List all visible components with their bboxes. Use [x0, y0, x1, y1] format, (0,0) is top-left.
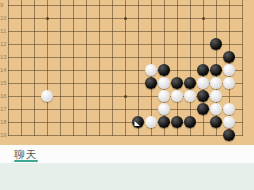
board-intersection[interactable] [171, 0, 184, 12]
board-intersection[interactable] [119, 51, 132, 64]
board-intersection[interactable] [223, 77, 236, 90]
stone-white [223, 116, 235, 128]
board-intersection[interactable] [223, 38, 236, 51]
board-intersection[interactable] [236, 129, 249, 142]
board-intersection[interactable] [158, 116, 171, 129]
board-intersection[interactable] [80, 12, 93, 25]
board-intersection[interactable] [223, 25, 236, 38]
board-intersection[interactable] [67, 0, 80, 12]
board-intersection[interactable] [93, 64, 106, 77]
board-intersection[interactable] [184, 64, 197, 77]
board-intersection[interactable] [210, 103, 223, 116]
stone-black [197, 64, 209, 76]
board-intersection[interactable] [132, 25, 145, 38]
board-intersection[interactable] [2, 116, 15, 129]
board-intersection[interactable] [2, 77, 15, 90]
board-intersection[interactable] [41, 103, 54, 116]
chat-tab-bar: 聊天 [0, 145, 254, 163]
board-intersection[interactable] [2, 12, 15, 25]
board-intersection[interactable] [67, 90, 80, 103]
board-intersection[interactable] [197, 51, 210, 64]
board-intersection[interactable] [197, 116, 210, 129]
board-intersection[interactable] [223, 103, 236, 116]
board-intersection[interactable] [184, 0, 197, 12]
stone-black [210, 38, 222, 50]
board-intersection[interactable] [119, 38, 132, 51]
board-intersection[interactable] [210, 38, 223, 51]
stone-white [158, 103, 170, 115]
board-intersection[interactable] [67, 64, 80, 77]
board-intersection[interactable] [210, 25, 223, 38]
board-intersection[interactable] [106, 12, 119, 25]
board-intersection[interactable] [158, 90, 171, 103]
board-intersection[interactable] [67, 38, 80, 51]
board-intersection[interactable] [119, 25, 132, 38]
board-intersection[interactable] [145, 77, 158, 90]
board-intersection[interactable] [93, 116, 106, 129]
board-intersection[interactable] [132, 12, 145, 25]
board-intersection[interactable] [28, 0, 41, 12]
board-intersection[interactable] [15, 25, 28, 38]
board-intersection[interactable] [93, 12, 106, 25]
stone-black [158, 64, 170, 76]
stone-white [223, 77, 235, 89]
board-intersection[interactable] [93, 103, 106, 116]
stone-black [223, 129, 235, 141]
board-intersection[interactable] [80, 64, 93, 77]
board-intersection[interactable] [93, 90, 106, 103]
board-intersection[interactable] [2, 129, 15, 142]
board-intersection[interactable] [54, 51, 67, 64]
board-intersection[interactable] [171, 129, 184, 142]
board-intersection[interactable] [67, 103, 80, 116]
board-intersection[interactable] [119, 116, 132, 129]
board-intersection[interactable] [171, 77, 184, 90]
stone-black [184, 77, 196, 89]
board-intersection[interactable] [184, 129, 197, 142]
board-intersection[interactable] [54, 25, 67, 38]
board-intersection[interactable] [2, 25, 15, 38]
board-intersection[interactable] [184, 51, 197, 64]
stone-black [171, 77, 183, 89]
board-intersection[interactable] [28, 129, 41, 142]
board-intersection[interactable] [119, 0, 132, 12]
board-intersection[interactable] [119, 77, 132, 90]
board-intersection[interactable] [132, 90, 145, 103]
board-intersection[interactable] [2, 64, 15, 77]
stone-white [184, 90, 196, 102]
board-intersection[interactable] [132, 0, 145, 12]
board-intersection[interactable] [119, 12, 132, 25]
board-intersection[interactable] [236, 0, 249, 12]
board-intersection[interactable] [80, 38, 93, 51]
board-intersection[interactable] [158, 64, 171, 77]
board-intersection[interactable] [28, 90, 41, 103]
board-intersection[interactable] [15, 103, 28, 116]
board-intersection[interactable] [106, 51, 119, 64]
stone-white [210, 103, 222, 115]
board-intersection[interactable] [28, 103, 41, 116]
last-move-marker [134, 120, 140, 125]
board-intersection[interactable] [15, 116, 28, 129]
board-intersection[interactable] [197, 90, 210, 103]
board-intersection[interactable] [2, 51, 15, 64]
board-intersection[interactable] [54, 129, 67, 142]
board-intersection[interactable] [106, 103, 119, 116]
board-intersection[interactable] [15, 90, 28, 103]
board-intersection[interactable] [15, 129, 28, 142]
board-intersection[interactable] [223, 116, 236, 129]
board-intersection[interactable] [236, 38, 249, 51]
board-intersection[interactable] [132, 77, 145, 90]
board-intersection[interactable] [197, 38, 210, 51]
stone-white [41, 90, 53, 102]
board-intersection[interactable] [184, 103, 197, 116]
board-intersection[interactable] [171, 12, 184, 25]
board-intersection[interactable] [28, 12, 41, 25]
board-intersection[interactable] [197, 129, 210, 142]
board-intersection[interactable] [2, 90, 15, 103]
board-intersection[interactable] [80, 90, 93, 103]
board-intersection[interactable] [171, 116, 184, 129]
board-intersection[interactable] [184, 116, 197, 129]
active-tab-underline [14, 160, 38, 163]
board-intersection[interactable] [119, 90, 132, 103]
board-intersection[interactable] [184, 25, 197, 38]
board-intersection[interactable] [119, 129, 132, 142]
board-intersection[interactable] [41, 25, 54, 38]
board-intersection[interactable] [41, 116, 54, 129]
board-intersection[interactable] [67, 25, 80, 38]
board-intersection[interactable] [132, 38, 145, 51]
board-intersection[interactable] [197, 0, 210, 12]
go-board[interactable]: 910111213141516171819 [0, 0, 254, 145]
stone-white [145, 116, 157, 128]
board-intersection[interactable] [54, 38, 67, 51]
board-intersection[interactable] [158, 25, 171, 38]
board-intersection[interactable] [80, 103, 93, 116]
board-intersection[interactable] [158, 38, 171, 51]
board-intersection[interactable] [80, 77, 93, 90]
board-intersection[interactable] [184, 12, 197, 25]
board-intersection[interactable] [210, 77, 223, 90]
board-intersection[interactable] [28, 38, 41, 51]
stone-white [210, 77, 222, 89]
board-intersection[interactable] [106, 0, 119, 12]
board-intersection[interactable] [106, 64, 119, 77]
board-intersection[interactable] [158, 77, 171, 90]
board-intersection[interactable] [158, 129, 171, 142]
board-intersection[interactable] [106, 38, 119, 51]
board-intersection[interactable] [15, 12, 28, 25]
board-intersection[interactable] [145, 38, 158, 51]
board-intersection[interactable] [28, 51, 41, 64]
stone-white [223, 64, 235, 76]
stone-black [158, 116, 170, 128]
board-intersection[interactable] [197, 25, 210, 38]
board-intersection[interactable] [236, 90, 249, 103]
board-intersection[interactable] [145, 116, 158, 129]
stone-white [158, 77, 170, 89]
board-intersection[interactable] [106, 25, 119, 38]
board-intersection[interactable] [119, 64, 132, 77]
chat-tab-label: 聊天 [14, 149, 37, 160]
board-intersection[interactable] [132, 129, 145, 142]
board-intersection[interactable] [80, 51, 93, 64]
board-intersection[interactable] [145, 103, 158, 116]
board-intersection[interactable] [236, 51, 249, 64]
board-intersection[interactable] [28, 64, 41, 77]
stone-white [145, 64, 157, 76]
board-intersection[interactable] [41, 129, 54, 142]
board-intersection[interactable] [106, 129, 119, 142]
board-intersection[interactable] [41, 38, 54, 51]
board-intersection[interactable] [236, 116, 249, 129]
board-intersection[interactable] [80, 129, 93, 142]
board-intersection[interactable] [197, 103, 210, 116]
board-intersection[interactable] [54, 116, 67, 129]
stone-black [132, 116, 144, 128]
board-intersection[interactable] [67, 129, 80, 142]
board-intersection[interactable] [171, 103, 184, 116]
board-intersection[interactable] [80, 25, 93, 38]
board-intersection[interactable] [15, 64, 28, 77]
board-intersection[interactable] [158, 0, 171, 12]
board-intersection[interactable] [197, 64, 210, 77]
board-intersection[interactable] [132, 103, 145, 116]
board-intersection[interactable] [54, 103, 67, 116]
board-intersection[interactable] [41, 64, 54, 77]
board-intersection[interactable] [2, 0, 15, 12]
board-intersection[interactable] [210, 51, 223, 64]
board-intersection[interactable] [171, 25, 184, 38]
board-intersection[interactable] [106, 90, 119, 103]
stone-white [223, 103, 235, 115]
board-intersection[interactable] [54, 12, 67, 25]
stone-black [210, 116, 222, 128]
board-intersection[interactable] [210, 116, 223, 129]
board-intersection[interactable] [41, 51, 54, 64]
board-intersection[interactable] [80, 116, 93, 129]
board-intersection[interactable] [93, 0, 106, 12]
board-intersection[interactable] [106, 116, 119, 129]
board-intersection[interactable] [145, 12, 158, 25]
board-intersection[interactable] [171, 90, 184, 103]
board-intersection[interactable] [184, 38, 197, 51]
board-intersection[interactable] [67, 77, 80, 90]
board-intersection[interactable] [223, 64, 236, 77]
board-intersection[interactable] [28, 116, 41, 129]
board-intersection[interactable] [67, 51, 80, 64]
board-intersection[interactable] [223, 0, 236, 12]
board-intersection[interactable] [145, 0, 158, 12]
board-intersection[interactable] [54, 64, 67, 77]
board-intersection[interactable] [223, 129, 236, 142]
board-intersection[interactable] [236, 77, 249, 90]
stone-black [145, 77, 157, 89]
board-intersection[interactable] [210, 64, 223, 77]
board-intersection[interactable] [223, 51, 236, 64]
board-intersection[interactable] [210, 90, 223, 103]
board-intersection[interactable] [145, 129, 158, 142]
board-intersection[interactable] [2, 38, 15, 51]
board-intersection[interactable] [28, 77, 41, 90]
stone-white [171, 90, 183, 102]
stone-black [184, 116, 196, 128]
stone-white [158, 90, 170, 102]
board-intersection[interactable] [171, 38, 184, 51]
board-intersection[interactable] [93, 25, 106, 38]
board-intersection[interactable] [15, 38, 28, 51]
board-intersection[interactable] [80, 0, 93, 12]
board-intersection[interactable] [15, 77, 28, 90]
tab-chat[interactable]: 聊天 [14, 145, 37, 163]
board-intersection[interactable] [132, 116, 145, 129]
board-intersection[interactable] [54, 90, 67, 103]
stone-black [197, 90, 209, 102]
board-intersection[interactable] [145, 25, 158, 38]
board-intersection[interactable] [132, 64, 145, 77]
board-intersection[interactable] [197, 77, 210, 90]
board-intersection[interactable] [67, 116, 80, 129]
board-intersection[interactable] [119, 103, 132, 116]
stone-white [197, 77, 209, 89]
board-intersection[interactable] [158, 51, 171, 64]
chat-panel[interactable] [0, 163, 254, 190]
board-intersection[interactable] [210, 12, 223, 25]
board-intersection[interactable] [93, 51, 106, 64]
board-intersection[interactable] [54, 77, 67, 90]
board-intersection[interactable] [197, 12, 210, 25]
stone-layer [2, 0, 249, 142]
board-intersection[interactable] [223, 12, 236, 25]
board-intersection[interactable] [106, 77, 119, 90]
board-intersection[interactable] [28, 25, 41, 38]
board-intersection[interactable] [41, 77, 54, 90]
board-intersection[interactable] [15, 0, 28, 12]
board-intersection[interactable] [93, 38, 106, 51]
stone-black [210, 64, 222, 76]
board-intersection[interactable] [236, 12, 249, 25]
board-intersection[interactable] [54, 0, 67, 12]
board-intersection[interactable] [158, 12, 171, 25]
board-intersection[interactable] [93, 129, 106, 142]
board-intersection[interactable] [41, 12, 54, 25]
board-intersection[interactable] [41, 90, 54, 103]
board-intersection[interactable] [145, 51, 158, 64]
board-intersection[interactable] [67, 12, 80, 25]
stone-black [197, 103, 209, 115]
stone-black [171, 116, 183, 128]
board-intersection[interactable] [41, 0, 54, 12]
board-intersection[interactable] [184, 90, 197, 103]
board-intersection[interactable] [236, 64, 249, 77]
board-intersection[interactable] [145, 90, 158, 103]
board-intersection[interactable] [236, 103, 249, 116]
board-intersection[interactable] [145, 64, 158, 77]
board-intersection[interactable] [236, 25, 249, 38]
board-intersection[interactable] [184, 77, 197, 90]
board-intersection[interactable] [158, 103, 171, 116]
board-intersection[interactable] [93, 77, 106, 90]
stone-white [210, 90, 222, 102]
go-app-screen: 910111213141516171819 聊天 [0, 0, 254, 190]
board-intersection[interactable] [171, 64, 184, 77]
board-intersection[interactable] [171, 51, 184, 64]
stone-black [223, 51, 235, 63]
board-intersection[interactable] [132, 51, 145, 64]
board-intersection[interactable] [2, 103, 15, 116]
board-intersection[interactable] [15, 51, 28, 64]
board-intersection[interactable] [223, 90, 236, 103]
board-intersection[interactable] [210, 0, 223, 12]
board-intersection[interactable] [210, 129, 223, 142]
